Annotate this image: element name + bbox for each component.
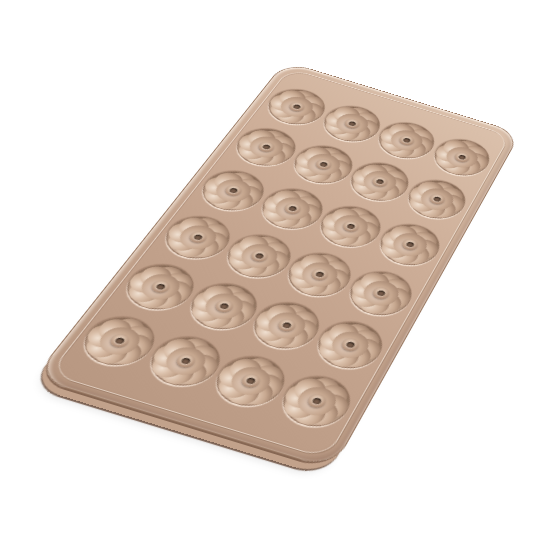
flower-mold <box>224 233 293 279</box>
flower-mold <box>406 179 467 221</box>
flower-mold <box>347 270 413 317</box>
flower-mold <box>315 320 384 370</box>
flower-mold <box>251 301 322 351</box>
flower-mold <box>322 104 382 143</box>
flower-mold <box>378 223 441 267</box>
flower-mold <box>349 162 411 203</box>
flower-mold <box>259 187 325 230</box>
flower-mold <box>266 88 328 126</box>
flower-mold <box>291 144 354 185</box>
flower-mold <box>280 375 353 428</box>
product-photo <box>0 0 550 550</box>
flower-mold <box>318 205 383 249</box>
flower-mold <box>286 251 354 298</box>
flower-mold <box>213 355 288 408</box>
flower-mold <box>433 138 491 178</box>
flower-mold <box>377 121 436 160</box>
pan-face <box>33 61 521 470</box>
flower-mold <box>234 127 298 168</box>
